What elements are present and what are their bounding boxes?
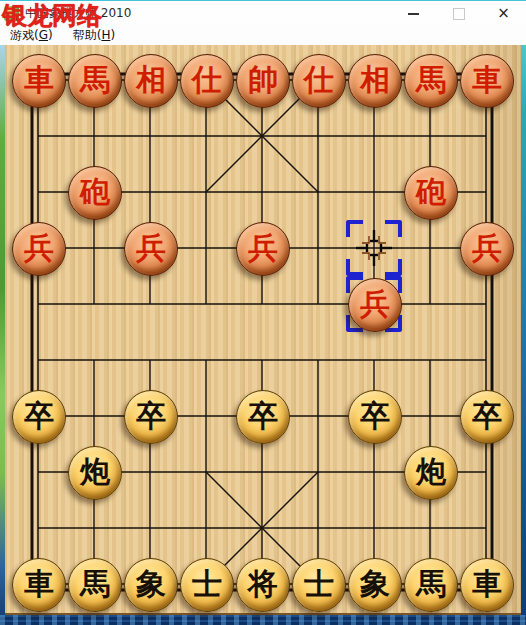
- piece-red-soldier-3[interactable]: 兵: [236, 222, 290, 276]
- piece-glyph: 象: [136, 564, 166, 605]
- watermark-text: 银龙网络: [2, 3, 102, 28]
- piece-black-chariot-left[interactable]: 車: [12, 558, 66, 612]
- piece-glyph: 士: [192, 564, 222, 605]
- piece-glyph: 士: [304, 564, 334, 605]
- piece-glyph: 卒: [136, 396, 166, 437]
- piece-red-elephant-left[interactable]: 相: [124, 54, 178, 108]
- bracket-corner-icon: [346, 220, 363, 237]
- maximize-icon: [453, 8, 465, 20]
- piece-red-soldier-5[interactable]: 兵: [460, 222, 514, 276]
- piece-glyph: 兵: [472, 228, 502, 269]
- piece-glyph: 卒: [248, 396, 278, 437]
- piece-black-soldier-1[interactable]: 卒: [12, 390, 66, 444]
- piece-glyph: 相: [136, 60, 166, 101]
- piece-glyph: 卒: [360, 396, 390, 437]
- piece-glyph: 炮: [416, 452, 446, 493]
- piece-red-cannon-right[interactable]: 砲: [404, 166, 458, 220]
- selection-bracket: [346, 220, 402, 276]
- piece-glyph: 兵: [360, 284, 390, 325]
- bracket-corner-icon: [346, 259, 363, 276]
- piece-black-soldier-4[interactable]: 卒: [348, 390, 402, 444]
- piece-black-chariot-right[interactable]: 車: [460, 558, 514, 612]
- piece-glyph: 仕: [304, 60, 334, 101]
- maximize-button[interactable]: [436, 1, 481, 26]
- desktop-sliver-bottom: [0, 615, 526, 625]
- piece-glyph: 帥: [248, 60, 278, 101]
- piece-glyph: 馬: [80, 564, 110, 605]
- piece-glyph: 将: [248, 564, 278, 605]
- close-icon: ×: [497, 6, 510, 21]
- piece-red-horse-right[interactable]: 馬: [404, 54, 458, 108]
- piece-red-horse-left[interactable]: 馬: [68, 54, 122, 108]
- piece-black-horse-left[interactable]: 馬: [68, 558, 122, 612]
- piece-glyph: 馬: [80, 60, 110, 101]
- piece-glyph: 兵: [248, 228, 278, 269]
- piece-glyph: 馬: [416, 564, 446, 605]
- piece-red-soldier-2[interactable]: 兵: [124, 222, 178, 276]
- piece-black-advisor-right[interactable]: 士: [292, 558, 346, 612]
- piece-black-soldier-5[interactable]: 卒: [460, 390, 514, 444]
- piece-black-advisor-left[interactable]: 士: [180, 558, 234, 612]
- board-grid: [5, 45, 521, 615]
- piece-red-general[interactable]: 帥: [236, 54, 290, 108]
- menu-help-paren: ): [110, 28, 115, 42]
- close-button[interactable]: ×: [481, 1, 526, 26]
- piece-black-soldier-2[interactable]: 卒: [124, 390, 178, 444]
- piece-black-elephant-left[interactable]: 象: [124, 558, 178, 612]
- minimize-button[interactable]: [391, 1, 436, 26]
- piece-red-soldier-1[interactable]: 兵: [12, 222, 66, 276]
- piece-glyph: 馬: [416, 60, 446, 101]
- xiangqi-app-window: 中国象棋大师 2010 × 游戏(G) 帮助(H) 银龙网络 車馬相仕帥仕相馬車…: [0, 0, 526, 625]
- piece-glyph: 卒: [24, 396, 54, 437]
- bracket-corner-icon: [385, 259, 402, 276]
- piece-black-horse-right[interactable]: 馬: [404, 558, 458, 612]
- piece-black-cannon-left[interactable]: 炮: [68, 446, 122, 500]
- piece-black-elephant-right[interactable]: 象: [348, 558, 402, 612]
- piece-glyph: 相: [360, 60, 390, 101]
- piece-glyph: 車: [24, 564, 54, 605]
- piece-red-advisor-left[interactable]: 仕: [180, 54, 234, 108]
- window-controls: ×: [391, 1, 526, 26]
- piece-red-soldier-4-advanced[interactable]: 兵: [348, 278, 402, 332]
- piece-glyph: 砲: [80, 172, 110, 213]
- piece-red-advisor-right[interactable]: 仕: [292, 54, 346, 108]
- piece-glyph: 車: [472, 564, 502, 605]
- piece-red-chariot-left[interactable]: 車: [12, 54, 66, 108]
- piece-glyph: 車: [472, 60, 502, 101]
- piece-glyph: 仕: [192, 60, 222, 101]
- piece-black-general[interactable]: 将: [236, 558, 290, 612]
- xiangqi-board[interactable]: 車馬相仕帥仕相馬車砲砲兵兵兵兵兵卒卒卒卒卒炮炮車馬象士将士象馬車: [5, 45, 521, 615]
- piece-red-cannon-left[interactable]: 砲: [68, 166, 122, 220]
- desktop-sliver-right: [521, 45, 526, 625]
- piece-black-soldier-3[interactable]: 卒: [236, 390, 290, 444]
- piece-black-cannon-right[interactable]: 炮: [404, 446, 458, 500]
- piece-glyph: 車: [24, 60, 54, 101]
- piece-glyph: 卒: [472, 396, 502, 437]
- piece-red-chariot-right[interactable]: 車: [460, 54, 514, 108]
- piece-glyph: 兵: [136, 228, 166, 269]
- piece-glyph: 象: [360, 564, 390, 605]
- bracket-corner-icon: [385, 220, 402, 237]
- minimize-icon: [408, 13, 419, 15]
- piece-glyph: 兵: [24, 228, 54, 269]
- piece-glyph: 炮: [80, 452, 110, 493]
- piece-red-elephant-right[interactable]: 相: [348, 54, 402, 108]
- piece-glyph: 砲: [416, 172, 446, 213]
